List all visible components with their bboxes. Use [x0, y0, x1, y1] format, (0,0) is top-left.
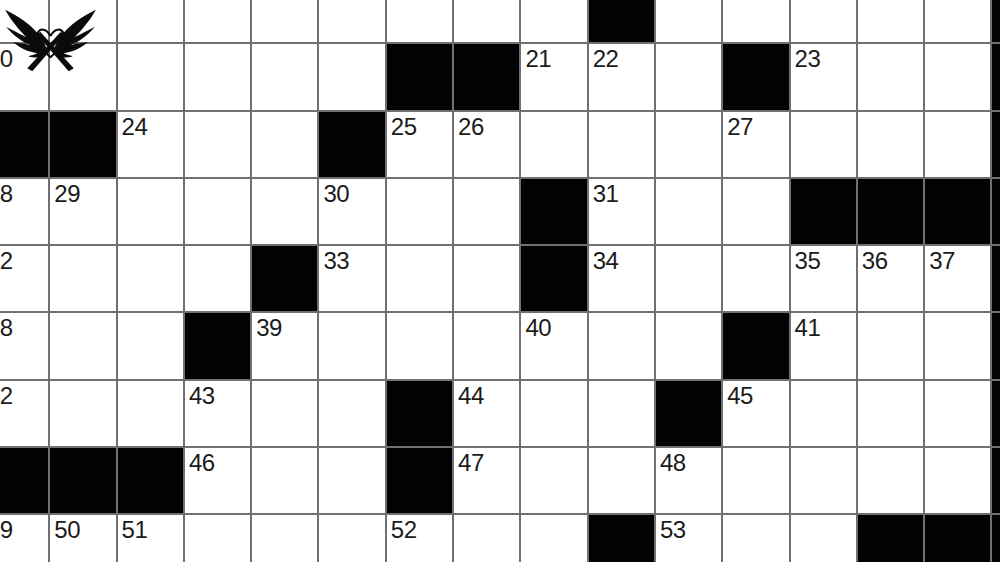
clue-number-38: 38: [0, 315, 13, 340]
white-cell-r1c12[interactable]: 23: [791, 44, 856, 109]
white-cell-r6c3[interactable]: 43: [185, 381, 250, 446]
black-cell-r2c15: [992, 112, 1000, 177]
clue-number-36: 36: [862, 248, 888, 273]
white-cell-r5c13[interactable]: [858, 313, 923, 378]
white-cell-r7c5[interactable]: [319, 448, 384, 513]
white-cell-r1c4[interactable]: [252, 44, 317, 109]
black-cell-r3c12: [791, 179, 856, 244]
white-cell-r7c4[interactable]: [252, 448, 317, 513]
white-cell-r6c1[interactable]: [50, 381, 115, 446]
white-cell-r5c14[interactable]: [925, 313, 990, 378]
black-cell-r1c6: [387, 44, 452, 109]
white-cell-r6c14[interactable]: [925, 381, 990, 446]
white-cell-r7c7[interactable]: 47: [454, 448, 519, 513]
white-cell-r6c11[interactable]: 45: [723, 381, 788, 446]
white-cell-r0c4[interactable]: [252, 0, 317, 42]
white-cell-r4c2[interactable]: [118, 246, 183, 311]
clue-number-25: 25: [391, 114, 417, 139]
white-cell-r0c11[interactable]: [723, 0, 788, 42]
white-cell-r2c10[interactable]: [656, 112, 721, 177]
clue-number-47: 47: [458, 450, 484, 475]
clue-number-53: 53: [660, 517, 686, 542]
clue-number-22: 22: [593, 46, 619, 71]
white-cell-r7c3[interactable]: 46: [185, 448, 250, 513]
clue-number-34: 34: [593, 248, 619, 273]
white-cell-r4c11[interactable]: [723, 246, 788, 311]
white-cell-r7c12[interactable]: [791, 448, 856, 513]
white-cell-r8c7[interactable]: [454, 515, 519, 562]
black-cell-r4c4: [252, 246, 317, 311]
white-cell-r0c7[interactable]: [454, 0, 519, 42]
clue-number-52: 52: [391, 517, 417, 542]
clue-number-24: 24: [122, 114, 148, 139]
white-cell-r6c12[interactable]: [791, 381, 856, 446]
white-cell-r5c8[interactable]: 40: [521, 313, 586, 378]
black-cell-r1c11: [723, 44, 788, 109]
white-cell-r3c7[interactable]: [454, 179, 519, 244]
white-cell-r1c3[interactable]: [185, 44, 250, 109]
clue-number-20: 20: [0, 46, 13, 71]
white-cell-r2c2[interactable]: 24: [118, 112, 183, 177]
white-cell-r5c5[interactable]: [319, 313, 384, 378]
white-cell-r1c9[interactable]: 22: [589, 44, 654, 109]
white-cell-r3c5[interactable]: 30: [319, 179, 384, 244]
black-cell-r8c15: [992, 515, 1000, 562]
white-cell-r1c1[interactable]: [50, 44, 115, 109]
black-cell-r2c1: [50, 112, 115, 177]
white-cell-r7c11[interactable]: [723, 448, 788, 513]
black-cell-r2c5: [319, 112, 384, 177]
white-cell-r2c6[interactable]: 25: [387, 112, 452, 177]
black-cell-r1c15: [992, 44, 1000, 109]
white-cell-r4c0[interactable]: 32: [0, 246, 48, 311]
clue-number-48: 48: [660, 450, 686, 475]
white-cell-r4c9[interactable]: 34: [589, 246, 654, 311]
clue-number-45: 45: [727, 383, 753, 408]
white-cell-r0c14[interactable]: [925, 0, 990, 42]
clue-number-27: 27: [727, 114, 753, 139]
white-cell-r0c13[interactable]: [858, 0, 923, 42]
clue-number-46: 46: [189, 450, 215, 475]
white-cell-r5c9[interactable]: [589, 313, 654, 378]
black-cell-r0c15: [992, 0, 1000, 42]
white-cell-r3c10[interactable]: [656, 179, 721, 244]
clue-number-40: 40: [525, 315, 551, 340]
black-cell-r8c14: [925, 515, 990, 562]
black-cell-r7c2: [118, 448, 183, 513]
white-cell-r4c12[interactable]: 35: [791, 246, 856, 311]
clue-number-33: 33: [323, 248, 349, 273]
white-cell-r8c4[interactable]: [252, 515, 317, 562]
white-cell-r7c8[interactable]: [521, 448, 586, 513]
white-cell-r4c10[interactable]: [656, 246, 721, 311]
white-cell-r2c8[interactable]: [521, 112, 586, 177]
black-cell-r8c9: [589, 515, 654, 562]
clue-number-35: 35: [795, 248, 821, 273]
white-cell-r0c3[interactable]: [185, 0, 250, 42]
black-cell-r7c1: [50, 448, 115, 513]
white-cell-r1c5[interactable]: [319, 44, 384, 109]
clue-number-51: 51: [122, 517, 148, 542]
white-cell-r0c2[interactable]: [118, 0, 183, 42]
white-cell-r8c12[interactable]: [791, 515, 856, 562]
white-cell-r3c6[interactable]: [387, 179, 452, 244]
black-cell-r4c8: [521, 246, 586, 311]
white-cell-r6c5[interactable]: [319, 381, 384, 446]
white-cell-r3c0[interactable]: 28: [0, 179, 48, 244]
white-cell-r7c9[interactable]: [589, 448, 654, 513]
white-cell-r2c9[interactable]: [589, 112, 654, 177]
white-cell-r4c6[interactable]: [387, 246, 452, 311]
white-cell-r3c3[interactable]: [185, 179, 250, 244]
white-cell-r0c8[interactable]: [521, 0, 586, 42]
white-cell-r2c3[interactable]: [185, 112, 250, 177]
black-cell-r5c3: [185, 313, 250, 378]
white-cell-r3c11[interactable]: [723, 179, 788, 244]
black-cell-r3c15: [992, 179, 1000, 244]
clue-number-43: 43: [189, 383, 215, 408]
white-cell-r5c2[interactable]: [118, 313, 183, 378]
white-cell-r0c12[interactable]: [791, 0, 856, 42]
white-cell-r0c1[interactable]: [50, 0, 115, 42]
black-cell-r7c0: [0, 448, 48, 513]
black-cell-r3c14: [925, 179, 990, 244]
black-cell-r2c0: [0, 112, 48, 177]
white-cell-r5c0[interactable]: 38: [0, 313, 48, 378]
white-cell-r5c1[interactable]: [50, 313, 115, 378]
white-cell-r0c5[interactable]: [319, 0, 384, 42]
clue-number-37: 37: [929, 248, 955, 273]
white-cell-r7c14[interactable]: [925, 448, 990, 513]
black-cell-r7c15: [992, 448, 1000, 513]
black-cell-r4c15: [992, 246, 1000, 311]
white-cell-r1c8[interactable]: 21: [521, 44, 586, 109]
white-cell-r7c10[interactable]: 48: [656, 448, 721, 513]
white-cell-r8c3[interactable]: [185, 515, 250, 562]
white-cell-r8c10[interactable]: 53: [656, 515, 721, 562]
clue-number-26: 26: [458, 114, 484, 139]
black-cell-r6c10: [656, 381, 721, 446]
white-cell-r2c13[interactable]: [858, 112, 923, 177]
white-cell-r2c11[interactable]: 27: [723, 112, 788, 177]
black-cell-r3c8: [521, 179, 586, 244]
white-cell-r4c13[interactable]: 36: [858, 246, 923, 311]
white-cell-r5c10[interactable]: [656, 313, 721, 378]
black-cell-r6c15: [992, 381, 1000, 446]
white-cell-r6c2[interactable]: [118, 381, 183, 446]
clue-number-50: 50: [54, 517, 80, 542]
clue-number-32: 32: [0, 248, 13, 273]
black-cell-r6c6: [387, 381, 452, 446]
white-cell-r6c4[interactable]: [252, 381, 317, 446]
black-cell-r1c7: [454, 44, 519, 109]
white-cell-r6c8[interactable]: [521, 381, 586, 446]
white-cell-r3c4[interactable]: [252, 179, 317, 244]
black-cell-r7c6: [387, 448, 452, 513]
white-cell-r4c5[interactable]: 33: [319, 246, 384, 311]
clue-number-44: 44: [458, 383, 484, 408]
white-cell-r6c13[interactable]: [858, 381, 923, 446]
white-cell-r6c0[interactable]: 42: [0, 381, 48, 446]
black-cell-r8c13: [858, 515, 923, 562]
white-cell-r1c14[interactable]: [925, 44, 990, 109]
white-cell-r5c4[interactable]: 39: [252, 313, 317, 378]
clue-number-29: 29: [54, 181, 80, 206]
white-cell-r8c5[interactable]: [319, 515, 384, 562]
white-cell-r7c13[interactable]: [858, 448, 923, 513]
black-cell-r0c9: [589, 0, 654, 42]
clue-number-28: 28: [0, 181, 13, 206]
white-cell-r1c13[interactable]: [858, 44, 923, 109]
white-cell-r8c1[interactable]: 50: [50, 515, 115, 562]
white-cell-r5c7[interactable]: [454, 313, 519, 378]
white-cell-r1c0[interactable]: 20: [0, 44, 48, 109]
white-cell-r2c7[interactable]: 26: [454, 112, 519, 177]
white-cell-r1c10[interactable]: [656, 44, 721, 109]
clue-number-23: 23: [795, 46, 821, 71]
clue-number-21: 21: [525, 46, 551, 71]
clue-number-30: 30: [323, 181, 349, 206]
white-cell-r4c1[interactable]: [50, 246, 115, 311]
black-cell-r5c11: [723, 313, 788, 378]
white-cell-r2c4[interactable]: [252, 112, 317, 177]
clue-number-42: 42: [0, 383, 13, 408]
clue-number-39: 39: [256, 315, 282, 340]
white-cell-r4c14[interactable]: 37: [925, 246, 990, 311]
black-cell-r5c15: [992, 313, 1000, 378]
white-cell-r3c2[interactable]: [118, 179, 183, 244]
white-cell-r1c2[interactable]: [118, 44, 183, 109]
white-cell-r6c7[interactable]: 44: [454, 381, 519, 446]
white-cell-r0c6[interactable]: [387, 0, 452, 42]
clue-number-31: 31: [593, 181, 619, 206]
white-cell-r5c12[interactable]: 41: [791, 313, 856, 378]
black-cell-r3c13: [858, 179, 923, 244]
white-cell-r3c1[interactable]: 29: [50, 179, 115, 244]
white-cell-r5c6[interactable]: [387, 313, 452, 378]
clue-number-41: 41: [795, 315, 821, 340]
crossword-grid: 2021222324252627282930313233343536373839…: [0, 0, 1000, 562]
white-cell-r0c10[interactable]: [656, 0, 721, 42]
white-cell-r4c3[interactable]: [185, 246, 250, 311]
white-cell-r8c6[interactable]: 52: [387, 515, 452, 562]
white-cell-r2c14[interactable]: [925, 112, 990, 177]
white-cell-r2c12[interactable]: [791, 112, 856, 177]
white-cell-r6c9[interactable]: [589, 381, 654, 446]
white-cell-r3c9[interactable]: 31: [589, 179, 654, 244]
white-cell-r8c11[interactable]: [723, 515, 788, 562]
clue-number-49: 49: [0, 517, 13, 542]
white-cell-r0c0[interactable]: [0, 0, 48, 42]
white-cell-r8c2[interactable]: 51: [118, 515, 183, 562]
white-cell-r8c8[interactable]: [521, 515, 586, 562]
white-cell-r4c7[interactable]: [454, 246, 519, 311]
crossword-screenshot: 2021222324252627282930313233343536373839…: [0, 0, 1000, 562]
white-cell-r8c0[interactable]: 49: [0, 515, 48, 562]
